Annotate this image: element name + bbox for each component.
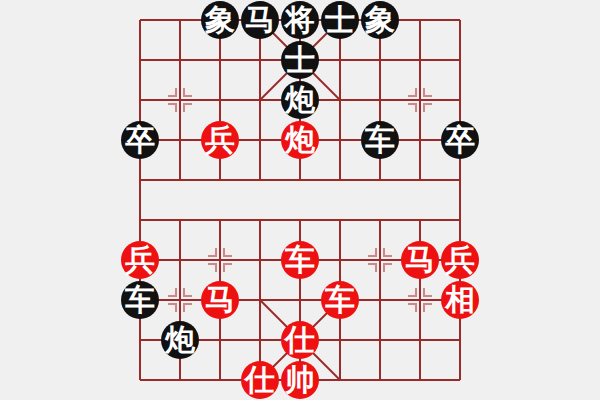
piece-black-soldier[interactable]: 卒 [441,121,479,159]
piece-red-cannon[interactable]: 炮 [281,121,319,159]
piece-black-cannon[interactable]: 炮 [281,81,319,119]
piece-black-soldier[interactable]: 卒 [121,121,159,159]
piece-red-chariot[interactable]: 车 [321,281,359,319]
piece-red-advisor[interactable]: 仕 [281,321,319,359]
piece-black-advisor[interactable]: 士 [281,41,319,79]
pieces-layer: 象马将士象士炮卒兵炮车卒兵车马兵车马车相炮仕仕帅 [0,0,600,400]
piece-red-chariot[interactable]: 车 [281,241,319,279]
piece-black-horse[interactable]: 马 [241,1,279,39]
piece-black-elephant[interactable]: 象 [201,1,239,39]
piece-red-horse[interactable]: 马 [401,241,439,279]
piece-black-general[interactable]: 将 [281,1,319,39]
piece-red-soldier[interactable]: 兵 [201,121,239,159]
piece-black-advisor[interactable]: 士 [321,1,359,39]
piece-black-chariot[interactable]: 车 [361,121,399,159]
piece-black-elephant[interactable]: 象 [361,1,399,39]
piece-red-elephant[interactable]: 相 [441,281,479,319]
piece-black-chariot[interactable]: 车 [121,281,159,319]
piece-red-general[interactable]: 帅 [281,361,319,399]
xiangqi-board: 象马将士象士炮卒兵炮车卒兵车马兵车马车相炮仕仕帅 [0,0,600,400]
piece-black-cannon[interactable]: 炮 [161,321,199,359]
piece-red-advisor[interactable]: 仕 [241,361,279,399]
piece-red-horse[interactable]: 马 [201,281,239,319]
piece-red-soldier[interactable]: 兵 [121,241,159,279]
piece-red-soldier[interactable]: 兵 [441,241,479,279]
